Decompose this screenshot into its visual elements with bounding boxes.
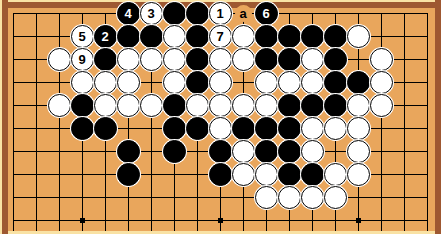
cell-8-18[interactable] (416, 186, 439, 209)
stone-black-move-6: 6 (255, 2, 278, 25)
cell-8-13[interactable] (301, 186, 324, 209)
cell-9-15[interactable] (347, 209, 370, 232)
stone-black (186, 117, 209, 140)
stone-white (255, 163, 278, 186)
cell-9-11[interactable] (255, 209, 278, 232)
cell-5-14[interactable] (324, 117, 347, 140)
stone-white (278, 71, 301, 94)
cell-4-2[interactable] (48, 94, 71, 117)
cell-6-16[interactable] (370, 140, 393, 163)
cell-3-12[interactable] (278, 71, 301, 94)
stone-white (117, 48, 140, 71)
cell-6-8[interactable] (186, 140, 209, 163)
cell-8-7[interactable] (163, 186, 186, 209)
stone-black (163, 140, 186, 163)
cell-5-0[interactable] (2, 117, 25, 140)
stone-black (255, 25, 278, 48)
stone-white (255, 186, 278, 209)
cell-1-11[interactable] (255, 25, 278, 48)
cell-2-1[interactable] (25, 48, 48, 71)
cell-6-18[interactable] (416, 140, 439, 163)
cell-8-2[interactable] (48, 186, 71, 209)
cell-9-16[interactable] (370, 209, 393, 232)
cell-6-5[interactable] (117, 140, 140, 163)
cell-3-5[interactable] (117, 71, 140, 94)
cell-3-2[interactable] (48, 71, 71, 94)
stone-black (117, 25, 140, 48)
cell-2-16[interactable] (370, 48, 393, 71)
cell-2-14[interactable] (324, 48, 347, 71)
cell-8-0[interactable] (2, 186, 25, 209)
cell-2-7[interactable] (163, 48, 186, 71)
stone-black (186, 2, 209, 25)
cell-5-9[interactable] (209, 117, 232, 140)
stone-white (301, 140, 324, 163)
stone-white (48, 94, 71, 117)
cell-4-14[interactable] (324, 94, 347, 117)
cell-6-9[interactable] (209, 140, 232, 163)
cell-3-13[interactable] (301, 71, 324, 94)
cell-9-5[interactable] (117, 209, 140, 232)
cell-4-17[interactable] (393, 94, 416, 117)
stone-black (347, 71, 370, 94)
cell-4-7[interactable] (163, 94, 186, 117)
cell-0-2[interactable] (48, 2, 71, 25)
cell-6-11[interactable] (255, 140, 278, 163)
cell-1-10[interactable] (232, 25, 255, 48)
cell-7-7[interactable] (163, 163, 186, 186)
stone-white (301, 48, 324, 71)
cell-3-1[interactable] (25, 71, 48, 94)
cell-8-8[interactable] (186, 186, 209, 209)
cell-0-15[interactable] (347, 2, 370, 25)
stone-white (370, 71, 393, 94)
cell-7-13[interactable] (301, 163, 324, 186)
cell-0-10[interactable]: a (232, 2, 255, 25)
stone-black (301, 25, 324, 48)
cell-1-16[interactable] (370, 25, 393, 48)
cell-0-0[interactable] (2, 2, 25, 25)
cell-9-6[interactable] (140, 209, 163, 232)
cell-4-3[interactable] (71, 94, 94, 117)
cell-8-5[interactable] (117, 186, 140, 209)
cell-1-2[interactable] (48, 25, 71, 48)
cell-2-5[interactable] (117, 48, 140, 71)
cell-2-2[interactable] (48, 48, 71, 71)
stone-black (301, 163, 324, 186)
cell-2-11[interactable] (255, 48, 278, 71)
stone-black (278, 117, 301, 140)
cell-5-15[interactable] (347, 117, 370, 140)
stone-white (209, 117, 232, 140)
cell-1-7[interactable] (163, 25, 186, 48)
cell-7-16[interactable] (370, 163, 393, 186)
stone-black (255, 48, 278, 71)
stone-black (278, 140, 301, 163)
cell-1-6[interactable] (140, 25, 163, 48)
cell-9-13[interactable] (301, 209, 324, 232)
cell-5-5[interactable] (117, 117, 140, 140)
cell-0-4[interactable] (94, 2, 117, 25)
go-board: 431a65279 (0, 0, 441, 234)
cell-3-9[interactable] (209, 71, 232, 94)
cell-6-15[interactable] (347, 140, 370, 163)
cell-4-13[interactable] (301, 94, 324, 117)
stone-white-move-3: 3 (140, 2, 163, 25)
cell-2-17[interactable] (393, 48, 416, 71)
stone-black (94, 48, 117, 71)
cell-7-3[interactable] (71, 163, 94, 186)
stone-white (94, 94, 117, 117)
stone-white (94, 71, 117, 94)
cell-4-8[interactable] (186, 94, 209, 117)
cell-4-10[interactable] (232, 94, 255, 117)
stone-black (232, 117, 255, 140)
cell-2-6[interactable] (140, 48, 163, 71)
cell-1-3[interactable]: 5 (71, 25, 94, 48)
cell-2-4[interactable] (94, 48, 117, 71)
stone-white (232, 25, 255, 48)
stone-black-move-4: 4 (117, 2, 140, 25)
stone-black (163, 117, 186, 140)
cell-0-7[interactable] (163, 2, 186, 25)
stone-black (255, 140, 278, 163)
cell-5-13[interactable] (301, 117, 324, 140)
cell-4-12[interactable] (278, 94, 301, 117)
stone-white (347, 140, 370, 163)
cell-6-2[interactable] (48, 140, 71, 163)
cell-0-13[interactable] (301, 2, 324, 25)
cell-3-15[interactable] (347, 71, 370, 94)
cell-6-4[interactable] (94, 140, 117, 163)
cell-7-2[interactable] (48, 163, 71, 186)
cell-7-17[interactable] (393, 163, 416, 186)
cell-3-11[interactable] (255, 71, 278, 94)
cell-0-16[interactable] (370, 2, 393, 25)
cell-4-9[interactable] (209, 94, 232, 117)
point-label-a: a (235, 5, 252, 22)
cell-4-4[interactable] (94, 94, 117, 117)
stone-black (94, 117, 117, 140)
stone-black (278, 163, 301, 186)
stone-black (186, 48, 209, 71)
stone-white (347, 117, 370, 140)
stone-black (255, 117, 278, 140)
stone-black (186, 25, 209, 48)
cell-7-4[interactable] (94, 163, 117, 186)
stone-white (370, 48, 393, 71)
cell-0-14[interactable] (324, 2, 347, 25)
cell-0-12[interactable] (278, 2, 301, 25)
cell-8-16[interactable] (370, 186, 393, 209)
cell-3-16[interactable] (370, 71, 393, 94)
cell-4-15[interactable] (347, 94, 370, 117)
stone-white-move-9: 9 (71, 48, 94, 71)
cell-7-18[interactable] (416, 163, 439, 186)
cell-5-6[interactable] (140, 117, 163, 140)
cell-1-12[interactable] (278, 25, 301, 48)
cell-9-18[interactable] (416, 209, 439, 232)
cell-7-1[interactable] (25, 163, 48, 186)
cell-5-18[interactable] (416, 117, 439, 140)
cell-8-4[interactable] (94, 186, 117, 209)
stone-white (347, 25, 370, 48)
stone-white (232, 48, 255, 71)
cell-6-12[interactable] (278, 140, 301, 163)
cell-7-9[interactable] (209, 163, 232, 186)
cell-5-4[interactable] (94, 117, 117, 140)
stone-white (117, 94, 140, 117)
cell-4-0[interactable] (2, 94, 25, 117)
stone-black (209, 163, 232, 186)
cell-5-7[interactable] (163, 117, 186, 140)
stone-black (301, 94, 324, 117)
cell-0-8[interactable] (186, 2, 209, 25)
cell-3-4[interactable] (94, 71, 117, 94)
cell-4-5[interactable] (117, 94, 140, 117)
cell-6-13[interactable] (301, 140, 324, 163)
stone-white (255, 94, 278, 117)
cell-7-8[interactable] (186, 163, 209, 186)
cell-8-10[interactable] (232, 186, 255, 209)
cell-9-10[interactable] (232, 209, 255, 232)
cell-1-15[interactable] (347, 25, 370, 48)
stone-white (140, 94, 163, 117)
stone-white (324, 117, 347, 140)
cell-8-1[interactable] (25, 186, 48, 209)
cell-9-17[interactable] (393, 209, 416, 232)
stone-black (163, 2, 186, 25)
stone-black (324, 48, 347, 71)
cell-7-10[interactable] (232, 163, 255, 186)
cell-7-0[interactable] (2, 163, 25, 186)
cell-5-3[interactable] (71, 117, 94, 140)
stone-white (324, 186, 347, 209)
cell-6-7[interactable] (163, 140, 186, 163)
stone-white (370, 94, 393, 117)
cell-6-0[interactable] (2, 140, 25, 163)
stone-black-move-2: 2 (94, 25, 117, 48)
cell-6-3[interactable] (71, 140, 94, 163)
cell-7-11[interactable] (255, 163, 278, 186)
cell-3-0[interactable] (2, 71, 25, 94)
stone-black (324, 94, 347, 117)
cell-7-15[interactable] (347, 163, 370, 186)
cell-7-6[interactable] (140, 163, 163, 186)
cell-3-8[interactable] (186, 71, 209, 94)
cell-7-12[interactable] (278, 163, 301, 186)
stone-white (163, 71, 186, 94)
cell-2-9[interactable] (209, 48, 232, 71)
cell-1-13[interactable] (301, 25, 324, 48)
cell-7-5[interactable] (117, 163, 140, 186)
cell-3-3[interactable] (71, 71, 94, 94)
stone-black (186, 71, 209, 94)
cell-3-14[interactable] (324, 71, 347, 94)
cell-8-6[interactable] (140, 186, 163, 209)
stone-black (71, 117, 94, 140)
cell-4-11[interactable] (255, 94, 278, 117)
cell-9-4[interactable] (94, 209, 117, 232)
cell-9-7[interactable] (163, 209, 186, 232)
stone-white (163, 25, 186, 48)
cell-8-14[interactable] (324, 186, 347, 209)
cell-1-17[interactable] (393, 25, 416, 48)
cell-2-15[interactable] (347, 48, 370, 71)
stone-white (301, 71, 324, 94)
cell-3-6[interactable] (140, 71, 163, 94)
cell-5-8[interactable] (186, 117, 209, 140)
cell-8-11[interactable] (255, 186, 278, 209)
cell-6-10[interactable] (232, 140, 255, 163)
stone-white (324, 163, 347, 186)
cell-4-16[interactable] (370, 94, 393, 117)
stone-white (140, 48, 163, 71)
stone-black (278, 94, 301, 117)
cell-9-1[interactable] (25, 209, 48, 232)
cell-0-18[interactable] (416, 2, 439, 25)
cell-2-0[interactable] (2, 48, 25, 71)
cell-5-16[interactable] (370, 117, 393, 140)
cell-3-7[interactable] (163, 71, 186, 94)
cell-6-17[interactable] (393, 140, 416, 163)
cell-0-6[interactable]: 3 (140, 2, 163, 25)
cell-9-0[interactable] (2, 209, 25, 232)
cell-4-1[interactable] (25, 94, 48, 117)
cell-0-5[interactable]: 4 (117, 2, 140, 25)
stone-black (117, 163, 140, 186)
cell-1-1[interactable] (25, 25, 48, 48)
cell-8-9[interactable] (209, 186, 232, 209)
stone-white (209, 94, 232, 117)
cell-6-14[interactable] (324, 140, 347, 163)
cell-1-18[interactable] (416, 25, 439, 48)
cell-9-12[interactable] (278, 209, 301, 232)
stone-white (347, 163, 370, 186)
cell-0-3[interactable] (71, 2, 94, 25)
cell-7-14[interactable] (324, 163, 347, 186)
cell-5-12[interactable] (278, 117, 301, 140)
cell-9-14[interactable] (324, 209, 347, 232)
stone-white (71, 71, 94, 94)
stone-black (324, 25, 347, 48)
cell-1-14[interactable] (324, 25, 347, 48)
stone-black (163, 94, 186, 117)
cell-5-2[interactable] (48, 117, 71, 140)
stone-white (301, 117, 324, 140)
stone-black (140, 25, 163, 48)
cell-9-3[interactable] (71, 209, 94, 232)
cell-0-9[interactable]: 1 (209, 2, 232, 25)
cell-9-9[interactable] (209, 209, 232, 232)
cell-6-1[interactable] (25, 140, 48, 163)
stone-black (324, 71, 347, 94)
cell-8-12[interactable] (278, 186, 301, 209)
stone-white (209, 71, 232, 94)
stone-white (232, 140, 255, 163)
stone-black (278, 48, 301, 71)
cell-8-3[interactable] (71, 186, 94, 209)
stone-white (163, 48, 186, 71)
cell-3-18[interactable] (416, 71, 439, 94)
stone-white (232, 163, 255, 186)
cell-0-11[interactable]: 6 (255, 2, 278, 25)
cell-1-4[interactable]: 2 (94, 25, 117, 48)
cell-5-11[interactable] (255, 117, 278, 140)
stone-black (117, 140, 140, 163)
stone-white-move-7: 7 (209, 25, 232, 48)
cell-1-9[interactable]: 7 (209, 25, 232, 48)
cell-4-6[interactable] (140, 94, 163, 117)
stone-white (117, 71, 140, 94)
cell-0-17[interactable] (393, 2, 416, 25)
cell-2-12[interactable] (278, 48, 301, 71)
cell-9-8[interactable] (186, 209, 209, 232)
stone-white (278, 186, 301, 209)
cell-0-1[interactable] (25, 2, 48, 25)
cell-2-10[interactable] (232, 48, 255, 71)
stone-white-move-1: 1 (209, 2, 232, 25)
stone-white-move-5: 5 (71, 25, 94, 48)
cell-5-17[interactable] (393, 117, 416, 140)
stone-white (209, 48, 232, 71)
board-grid: 431a65279 (2, 2, 439, 232)
cell-4-18[interactable] (416, 94, 439, 117)
cell-5-10[interactable] (232, 117, 255, 140)
cell-2-8[interactable] (186, 48, 209, 71)
cell-3-17[interactable] (393, 71, 416, 94)
cell-1-8[interactable] (186, 25, 209, 48)
cell-6-6[interactable] (140, 140, 163, 163)
stone-black (278, 25, 301, 48)
cell-1-0[interactable] (2, 25, 25, 48)
stone-black (71, 94, 94, 117)
stone-white (48, 48, 71, 71)
cell-1-5[interactable] (117, 25, 140, 48)
cell-2-18[interactable] (416, 48, 439, 71)
cell-2-13[interactable] (301, 48, 324, 71)
cell-2-3[interactable]: 9 (71, 48, 94, 71)
stone-black (209, 140, 232, 163)
cell-8-15[interactable] (347, 186, 370, 209)
stone-white (186, 94, 209, 117)
cell-8-17[interactable] (393, 186, 416, 209)
stone-white (232, 94, 255, 117)
stone-white (347, 94, 370, 117)
stone-white (301, 186, 324, 209)
cell-5-1[interactable] (25, 117, 48, 140)
cell-9-2[interactable] (48, 209, 71, 232)
cell-3-10[interactable] (232, 71, 255, 94)
stone-white (255, 71, 278, 94)
